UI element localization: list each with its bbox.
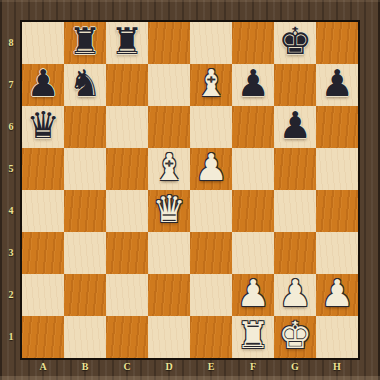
square-b4[interactable] bbox=[64, 190, 106, 232]
square-b3[interactable] bbox=[64, 232, 106, 274]
square-b8[interactable]: ♜ bbox=[64, 22, 106, 64]
piece-black-king[interactable]: ♚ bbox=[274, 21, 316, 63]
square-d7[interactable] bbox=[148, 64, 190, 106]
square-g5[interactable] bbox=[274, 148, 316, 190]
file-label-h: H bbox=[316, 359, 358, 377]
square-h5[interactable] bbox=[316, 148, 358, 190]
square-b5[interactable] bbox=[64, 148, 106, 190]
piece-white-king[interactable]: ♚ bbox=[274, 315, 316, 357]
rank-label-2: 2 bbox=[0, 274, 22, 316]
square-c5[interactable] bbox=[106, 148, 148, 190]
square-e6[interactable] bbox=[190, 106, 232, 148]
file-label-f: F bbox=[232, 359, 274, 377]
square-e2[interactable] bbox=[190, 274, 232, 316]
file-label-d: D bbox=[148, 359, 190, 377]
square-g3[interactable] bbox=[274, 232, 316, 274]
rank-label-8: 8 bbox=[0, 22, 22, 64]
chess-board: ♜♜♚♟♞♝♟♟♛♟♝♟♛♟♟♟♜♚ bbox=[22, 22, 358, 358]
square-f6[interactable] bbox=[232, 106, 274, 148]
square-d5[interactable]: ♝ bbox=[148, 148, 190, 190]
square-b1[interactable] bbox=[64, 316, 106, 358]
square-a1[interactable] bbox=[22, 316, 64, 358]
rank-label-1: 1 bbox=[0, 316, 22, 358]
piece-white-queen[interactable]: ♛ bbox=[148, 189, 190, 231]
piece-white-rook[interactable]: ♜ bbox=[232, 315, 274, 357]
piece-white-pawn[interactable]: ♟ bbox=[274, 273, 316, 315]
square-b7[interactable]: ♞ bbox=[64, 64, 106, 106]
square-c3[interactable] bbox=[106, 232, 148, 274]
square-c6[interactable] bbox=[106, 106, 148, 148]
square-h7[interactable]: ♟ bbox=[316, 64, 358, 106]
file-label-a: A bbox=[22, 359, 64, 377]
piece-black-queen[interactable]: ♛ bbox=[22, 105, 64, 147]
piece-white-pawn[interactable]: ♟ bbox=[190, 147, 232, 189]
square-e3[interactable] bbox=[190, 232, 232, 274]
piece-black-rook[interactable]: ♜ bbox=[64, 21, 106, 63]
piece-black-pawn[interactable]: ♟ bbox=[274, 105, 316, 147]
square-e5[interactable]: ♟ bbox=[190, 148, 232, 190]
file-label-c: C bbox=[106, 359, 148, 377]
square-d4[interactable]: ♛ bbox=[148, 190, 190, 232]
rank-label-3: 3 bbox=[0, 232, 22, 274]
square-c2[interactable] bbox=[106, 274, 148, 316]
square-a3[interactable] bbox=[22, 232, 64, 274]
piece-white-bishop[interactable]: ♝ bbox=[190, 63, 232, 105]
square-f4[interactable] bbox=[232, 190, 274, 232]
square-d6[interactable] bbox=[148, 106, 190, 148]
square-g7[interactable] bbox=[274, 64, 316, 106]
square-d8[interactable] bbox=[148, 22, 190, 64]
square-h4[interactable] bbox=[316, 190, 358, 232]
square-a5[interactable] bbox=[22, 148, 64, 190]
square-a6[interactable]: ♛ bbox=[22, 106, 64, 148]
piece-black-pawn[interactable]: ♟ bbox=[316, 63, 358, 105]
board-frame: ♜♜♚♟♞♝♟♟♛♟♝♟♛♟♟♟♜♚ 87654321ABCDEFGH bbox=[0, 0, 380, 380]
square-g4[interactable] bbox=[274, 190, 316, 232]
rank-label-5: 5 bbox=[0, 148, 22, 190]
square-c1[interactable] bbox=[106, 316, 148, 358]
square-f1[interactable]: ♜ bbox=[232, 316, 274, 358]
square-h8[interactable] bbox=[316, 22, 358, 64]
piece-black-pawn[interactable]: ♟ bbox=[22, 63, 64, 105]
piece-white-pawn[interactable]: ♟ bbox=[232, 273, 274, 315]
square-b2[interactable] bbox=[64, 274, 106, 316]
square-h1[interactable] bbox=[316, 316, 358, 358]
square-h2[interactable]: ♟ bbox=[316, 274, 358, 316]
square-a7[interactable]: ♟ bbox=[22, 64, 64, 106]
square-e1[interactable] bbox=[190, 316, 232, 358]
piece-white-bishop[interactable]: ♝ bbox=[148, 147, 190, 189]
piece-black-knight[interactable]: ♞ bbox=[64, 63, 106, 105]
square-g1[interactable]: ♚ bbox=[274, 316, 316, 358]
square-h3[interactable] bbox=[316, 232, 358, 274]
file-label-g: G bbox=[274, 359, 316, 377]
square-f8[interactable] bbox=[232, 22, 274, 64]
square-g6[interactable]: ♟ bbox=[274, 106, 316, 148]
rank-label-6: 6 bbox=[0, 106, 22, 148]
rank-label-4: 4 bbox=[0, 190, 22, 232]
square-g8[interactable]: ♚ bbox=[274, 22, 316, 64]
square-d3[interactable] bbox=[148, 232, 190, 274]
square-f5[interactable] bbox=[232, 148, 274, 190]
square-b6[interactable] bbox=[64, 106, 106, 148]
square-a8[interactable] bbox=[22, 22, 64, 64]
square-c8[interactable]: ♜ bbox=[106, 22, 148, 64]
file-label-e: E bbox=[190, 359, 232, 377]
square-e4[interactable] bbox=[190, 190, 232, 232]
square-g2[interactable]: ♟ bbox=[274, 274, 316, 316]
piece-black-pawn[interactable]: ♟ bbox=[232, 63, 274, 105]
square-e7[interactable]: ♝ bbox=[190, 64, 232, 106]
square-a4[interactable] bbox=[22, 190, 64, 232]
square-c4[interactable] bbox=[106, 190, 148, 232]
piece-black-rook[interactable]: ♜ bbox=[106, 21, 148, 63]
rank-label-7: 7 bbox=[0, 64, 22, 106]
square-f3[interactable] bbox=[232, 232, 274, 274]
square-f7[interactable]: ♟ bbox=[232, 64, 274, 106]
file-label-b: B bbox=[64, 359, 106, 377]
piece-white-pawn[interactable]: ♟ bbox=[316, 273, 358, 315]
square-h6[interactable] bbox=[316, 106, 358, 148]
square-f2[interactable]: ♟ bbox=[232, 274, 274, 316]
square-a2[interactable] bbox=[22, 274, 64, 316]
square-d2[interactable] bbox=[148, 274, 190, 316]
square-d1[interactable] bbox=[148, 316, 190, 358]
square-c7[interactable] bbox=[106, 64, 148, 106]
square-e8[interactable] bbox=[190, 22, 232, 64]
